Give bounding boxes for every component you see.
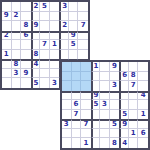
tl-cell-r8c1-empty[interactable] bbox=[2, 69, 12, 79]
tl-cell-r3c8-empty[interactable] bbox=[69, 21, 79, 31]
tl-cell-r7c3-empty[interactable] bbox=[21, 59, 31, 69]
br-cell-r5c4-given: 5 bbox=[91, 100, 101, 110]
br-cell-r5c8-empty[interactable] bbox=[129, 100, 139, 110]
br-cell-r6c9-given: 1 bbox=[138, 110, 148, 120]
tl-cell-r1c1-empty[interactable] bbox=[2, 2, 12, 12]
br-cell-r3c4-empty[interactable] bbox=[91, 81, 101, 91]
tl-cell-r6c4-given: 8 bbox=[31, 50, 41, 60]
br-cell-r2c8-given: 8 bbox=[129, 72, 139, 82]
br-cell-r1c7-empty[interactable] bbox=[119, 62, 129, 72]
tl-cell-r2c3-empty[interactable] bbox=[21, 12, 31, 22]
br-cell-r2c6-empty[interactable] bbox=[110, 72, 120, 82]
tl-cell-r3c7-given: 2 bbox=[59, 21, 69, 31]
tl-cell-r1c8-empty[interactable] bbox=[69, 2, 79, 12]
tl-cell-r8c3-given: 9 bbox=[21, 69, 31, 79]
br-cell-r8c9-given: 6 bbox=[138, 129, 148, 139]
br-overlap-cell-r2c3-empty[interactable] bbox=[81, 72, 91, 82]
br-cell-r1c9-empty[interactable] bbox=[138, 62, 148, 72]
tl-cell-r2c8-empty[interactable] bbox=[69, 12, 79, 22]
tl-cell-r4c7-empty[interactable] bbox=[59, 31, 69, 41]
twodoku-board: 25392892726971518843953 1968379465375137… bbox=[0, 0, 150, 150]
tl-cell-r5c6-given: 1 bbox=[50, 40, 60, 50]
tl-cell-r1c2-empty[interactable] bbox=[12, 2, 22, 12]
tl-cell-r6c8-empty[interactable] bbox=[69, 50, 79, 60]
tl-cell-r6c2-empty[interactable] bbox=[12, 50, 22, 60]
br-cell-r5c6-empty[interactable] bbox=[110, 100, 120, 110]
br-cell-r9c8-empty[interactable] bbox=[129, 138, 139, 148]
tl-cell-r8c2-given: 3 bbox=[12, 69, 22, 79]
tl-cell-r2c9-empty[interactable] bbox=[78, 12, 88, 22]
tl-cell-r4c5-empty[interactable] bbox=[40, 31, 50, 41]
tl-cell-r6c1-given: 1 bbox=[2, 50, 12, 60]
br-overlap-cell-r3c2-empty[interactable] bbox=[72, 81, 82, 91]
tl-cell-r4c9-empty[interactable] bbox=[78, 31, 88, 41]
tl-cell-r2c7-empty[interactable] bbox=[59, 12, 69, 22]
tl-cell-r2c1-given: 9 bbox=[2, 12, 12, 22]
tl-cell-r7c5-empty[interactable] bbox=[40, 59, 50, 69]
br-cell-r4c9-given: 4 bbox=[138, 91, 148, 101]
tl-cell-r8c4-empty[interactable] bbox=[31, 69, 41, 79]
bottom-right-sudoku-grid: 19683794653751375916184 bbox=[60, 60, 150, 150]
br-cell-r1c5-empty[interactable] bbox=[100, 62, 110, 72]
tl-cell-r3c1-empty[interactable] bbox=[2, 21, 12, 31]
tl-cell-r2c5-empty[interactable] bbox=[40, 12, 50, 22]
br-cell-r5c2-given: 6 bbox=[72, 100, 82, 110]
tl-cell-r4c4-empty[interactable] bbox=[31, 31, 41, 41]
tl-cell-r1c6-empty[interactable] bbox=[50, 2, 60, 12]
br-cell-r3c6-given: 3 bbox=[110, 81, 120, 91]
br-cell-r1c6-given: 9 bbox=[110, 62, 120, 72]
br-cell-r8c7-empty[interactable] bbox=[119, 129, 129, 139]
br-overlap-cell-r3c1-empty[interactable] bbox=[62, 81, 72, 91]
br-cell-r4c8-empty[interactable] bbox=[129, 91, 139, 101]
br-cell-r8c3-empty[interactable] bbox=[81, 129, 91, 139]
br-cell-r2c5-empty[interactable] bbox=[100, 72, 110, 82]
tl-cell-r2c4-empty[interactable] bbox=[31, 12, 41, 22]
tl-cell-r6c7-empty[interactable] bbox=[59, 50, 69, 60]
tl-cell-r1c5-given: 5 bbox=[40, 2, 50, 12]
br-cell-r3c7-empty[interactable] bbox=[119, 81, 129, 91]
br-cell-r6c1-empty[interactable] bbox=[62, 110, 72, 120]
tl-cell-r1c9-empty[interactable] bbox=[78, 2, 88, 12]
br-cell-r8c4-empty[interactable] bbox=[91, 129, 101, 139]
br-cell-r4c2-empty[interactable] bbox=[72, 91, 82, 101]
br-cell-r7c8-empty[interactable] bbox=[129, 119, 139, 129]
tl-cell-r4c8-given: 9 bbox=[69, 31, 79, 41]
br-cell-r5c9-empty[interactable] bbox=[138, 100, 148, 110]
br-cell-r6c6-empty[interactable] bbox=[110, 110, 120, 120]
br-cell-r9c2-empty[interactable] bbox=[72, 138, 82, 148]
br-cell-r5c7-empty[interactable] bbox=[119, 100, 129, 110]
br-cell-r4c7-empty[interactable] bbox=[119, 91, 129, 101]
tl-cell-r3c6-empty[interactable] bbox=[50, 21, 60, 31]
br-cell-r8c8-given: 1 bbox=[129, 129, 139, 139]
tl-cell-r3c4-given: 9 bbox=[31, 21, 41, 31]
tl-cell-r9c3-empty[interactable] bbox=[21, 78, 31, 88]
br-cell-r5c1-empty[interactable] bbox=[62, 100, 72, 110]
tl-cell-r6c9-empty[interactable] bbox=[78, 50, 88, 60]
tl-cell-r5c7-empty[interactable] bbox=[59, 40, 69, 50]
br-cell-r6c3-empty[interactable] bbox=[81, 110, 91, 120]
tl-cell-r4c3-given: 6 bbox=[21, 31, 31, 41]
br-cell-r9c7-given: 4 bbox=[119, 138, 129, 148]
tl-cell-r3c9-given: 7 bbox=[78, 21, 88, 31]
br-overlap-cell-r3c3-empty[interactable] bbox=[81, 81, 91, 91]
tl-cell-r6c3-empty[interactable] bbox=[21, 50, 31, 60]
tl-cell-r5c4-empty[interactable] bbox=[31, 40, 41, 50]
tl-cell-r7c6-empty[interactable] bbox=[50, 59, 60, 69]
tl-cell-r7c2-given: 8 bbox=[12, 59, 22, 69]
br-cell-r9c1-empty[interactable] bbox=[62, 138, 72, 148]
tl-cell-r4c6-empty[interactable] bbox=[50, 31, 60, 41]
br-cell-r5c3-empty[interactable] bbox=[81, 100, 91, 110]
tl-cell-r5c2-empty[interactable] bbox=[12, 40, 22, 50]
tl-cell-r9c2-empty[interactable] bbox=[12, 78, 22, 88]
br-cell-r8c1-empty[interactable] bbox=[62, 129, 72, 139]
br-cell-r3c9-empty[interactable] bbox=[138, 81, 148, 91]
tl-cell-r6c6-empty[interactable] bbox=[50, 50, 60, 60]
br-cell-r8c2-empty[interactable] bbox=[72, 129, 82, 139]
tl-cell-r3c5-empty[interactable] bbox=[40, 21, 50, 31]
br-cell-r4c3-empty[interactable] bbox=[81, 91, 91, 101]
tl-cell-r4c1-given: 2 bbox=[2, 31, 12, 41]
tl-cell-r1c7-given: 3 bbox=[59, 2, 69, 12]
br-cell-r4c4-given: 9 bbox=[91, 91, 101, 101]
br-cell-r7c4-empty[interactable] bbox=[91, 119, 101, 129]
br-cell-r4c5-empty[interactable] bbox=[100, 91, 110, 101]
br-cell-r7c6-given: 5 bbox=[110, 119, 120, 129]
br-overlap-cell-r2c1-empty[interactable] bbox=[62, 72, 72, 82]
br-cell-r6c8-empty[interactable] bbox=[129, 110, 139, 120]
br-cell-r5c5-given: 3 bbox=[100, 100, 110, 110]
br-overlap-cell-r1c2-empty[interactable] bbox=[72, 62, 82, 72]
tl-cell-r4c2-empty[interactable] bbox=[12, 31, 22, 41]
tl-cell-r9c6-given: 3 bbox=[50, 78, 60, 88]
tl-cell-r9c4-given: 5 bbox=[31, 78, 41, 88]
br-cell-r6c2-given: 7 bbox=[72, 110, 82, 120]
br-cell-r7c7-given: 9 bbox=[119, 119, 129, 129]
br-overlap-cell-r1c1-empty[interactable] bbox=[62, 62, 72, 72]
tl-cell-r5c8-given: 5 bbox=[69, 40, 79, 50]
br-cell-r7c9-empty[interactable] bbox=[138, 119, 148, 129]
br-cell-r9c6-given: 8 bbox=[110, 138, 120, 148]
br-overlap-cell-r1c3-empty[interactable] bbox=[81, 62, 91, 72]
br-cell-r9c3-given: 1 bbox=[81, 138, 91, 148]
br-overlap-cell-r2c2-empty[interactable] bbox=[72, 72, 82, 82]
br-cell-r7c3-given: 7 bbox=[81, 119, 91, 129]
tl-cell-r5c9-empty[interactable] bbox=[78, 40, 88, 50]
tl-cell-r5c3-empty[interactable] bbox=[21, 40, 31, 50]
br-cell-r3c8-given: 7 bbox=[129, 81, 139, 91]
br-cell-r7c2-empty[interactable] bbox=[72, 119, 82, 129]
br-cell-r1c8-empty[interactable] bbox=[129, 62, 139, 72]
br-cell-r3c5-empty[interactable] bbox=[100, 81, 110, 91]
br-cell-r7c5-empty[interactable] bbox=[100, 119, 110, 129]
tl-cell-r1c4-given: 2 bbox=[31, 2, 41, 12]
tl-cell-r5c1-empty[interactable] bbox=[2, 40, 12, 50]
tl-cell-r5c5-given: 7 bbox=[40, 40, 50, 50]
br-cell-r6c4-empty[interactable] bbox=[91, 110, 101, 120]
br-cell-r2c7-given: 6 bbox=[119, 72, 129, 82]
tl-cell-r7c1-empty[interactable] bbox=[2, 59, 12, 69]
tl-cell-r3c2-empty[interactable] bbox=[12, 21, 22, 31]
tl-cell-r8c5-empty[interactable] bbox=[40, 69, 50, 79]
br-cell-r9c4-empty[interactable] bbox=[91, 138, 101, 148]
tl-cell-r2c2-given: 2 bbox=[12, 12, 22, 22]
br-cell-r6c7-given: 5 bbox=[119, 110, 129, 120]
tl-cell-r9c1-empty[interactable] bbox=[2, 78, 12, 88]
tl-cell-r7c4-given: 4 bbox=[31, 59, 41, 69]
br-cell-r8c5-empty[interactable] bbox=[100, 129, 110, 139]
tl-cell-r3c3-given: 8 bbox=[21, 21, 31, 31]
br-cell-r9c9-empty[interactable] bbox=[138, 138, 148, 148]
br-cell-r4c6-empty[interactable] bbox=[110, 91, 120, 101]
br-cell-r1c4-given: 1 bbox=[91, 62, 101, 72]
br-cell-r9c5-empty[interactable] bbox=[100, 138, 110, 148]
br-cell-r7c1-given: 3 bbox=[62, 119, 72, 129]
br-cell-r2c9-empty[interactable] bbox=[138, 72, 148, 82]
tl-cell-r6c5-empty[interactable] bbox=[40, 50, 50, 60]
br-cell-r4c1-empty[interactable] bbox=[62, 91, 72, 101]
br-cell-r6c5-empty[interactable] bbox=[100, 110, 110, 120]
br-cell-r8c6-empty[interactable] bbox=[110, 129, 120, 139]
tl-cell-r2c6-empty[interactable] bbox=[50, 12, 60, 22]
tl-cell-r9c5-empty[interactable] bbox=[40, 78, 50, 88]
tl-cell-r1c3-empty[interactable] bbox=[21, 2, 31, 12]
br-cell-r2c4-empty[interactable] bbox=[91, 72, 101, 82]
tl-cell-r8c6-empty[interactable] bbox=[50, 69, 60, 79]
